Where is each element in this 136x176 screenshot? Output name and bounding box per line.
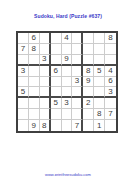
sudoku-cell-r1c6[interactable] [72,33,83,44]
sudoku-cell-r1c7[interactable] [83,33,94,44]
sudoku-cell-r1c2[interactable]: 6 [29,33,40,44]
sudoku-cell-r9c3[interactable]: 8 [40,120,51,131]
sudoku-cell-r3c7[interactable] [83,55,94,66]
sudoku-cell-r5c4[interactable] [51,77,62,88]
sudoku-cell-r2c2[interactable]: 8 [29,44,40,55]
sudoku-cell-r7c3[interactable] [40,98,51,109]
sudoku-cell-r6c4[interactable] [51,87,62,98]
page-footer: www.printfreesudoku.com [0,162,136,176]
sudoku-cell-r9c6[interactable]: 7 [72,120,83,131]
sudoku-cell-r5c5[interactable] [62,77,73,88]
sudoku-cell-r9c2[interactable]: 9 [29,120,40,131]
sudoku-cell-r2c6[interactable] [72,44,83,55]
sudoku-cell-r9c4[interactable] [51,120,62,131]
sudoku-cell-r8c4[interactable] [51,109,62,120]
sudoku-cell-r5c2[interactable] [29,77,40,88]
sudoku-cell-r1c1[interactable] [18,33,29,44]
sudoku-cell-r1c4[interactable] [51,33,62,44]
sudoku-cell-r5c6[interactable]: 3 [72,77,83,88]
sudoku-cell-r7c6[interactable] [72,98,83,109]
sudoku-cell-r6c2[interactable] [29,87,40,98]
sudoku-cell-r9c9[interactable] [105,120,116,131]
sudoku-cell-r3c9[interactable] [105,55,116,66]
sudoku-cell-r4c3[interactable] [40,66,51,77]
sudoku-cell-r4c6[interactable] [72,66,83,77]
sudoku-cell-r9c1[interactable] [18,120,29,131]
sudoku-cell-r8c5[interactable] [62,109,73,120]
sudoku-cell-r6c6[interactable] [72,87,83,98]
sudoku-cell-r3c1[interactable] [18,55,29,66]
sudoku-cell-r3c3[interactable]: 3 [40,55,51,66]
sudoku-cell-r2c8[interactable] [94,44,105,55]
sudoku-cell-r1c8[interactable] [94,33,105,44]
sudoku-cell-r6c3[interactable] [40,87,51,98]
sudoku-cell-r8c6[interactable] [72,109,83,120]
sudoku-cell-r9c7[interactable] [83,120,94,131]
sudoku-cell-r4c9[interactable]: 4 [105,66,116,77]
sudoku-cell-r7c2[interactable] [29,98,40,109]
sudoku-cell-r2c3[interactable] [40,44,51,55]
sudoku-cell-r8c9[interactable]: 7 [105,109,116,120]
sudoku-cell-r4c2[interactable] [29,66,40,77]
sudoku-cell-r6c8[interactable] [94,87,105,98]
sudoku-cell-r9c8[interactable]: 1 [94,120,105,131]
sudoku-cell-r7c1[interactable] [18,98,29,109]
sudoku-cell-r8c8[interactable]: 8 [94,109,105,120]
sudoku-cell-r2c7[interactable] [83,44,94,55]
sudoku-cell-r5c8[interactable] [94,77,105,88]
sudoku-cell-r3c5[interactable]: 9 [62,55,73,66]
sudoku-cell-r8c2[interactable] [29,109,40,120]
sudoku-cell-r2c9[interactable] [105,44,116,55]
sudoku-cell-r8c7[interactable] [83,109,94,120]
sudoku-cell-r4c8[interactable]: 5 [94,66,105,77]
sudoku-cell-r4c5[interactable] [62,66,73,77]
sudoku-cell-r4c7[interactable]: 8 [83,66,94,77]
sudoku-cell-r9c5[interactable] [62,120,73,131]
sudoku-cell-r8c3[interactable] [40,109,51,120]
sudoku-cell-r1c9[interactable]: 8 [105,33,116,44]
sudoku-cell-r2c4[interactable] [51,44,62,55]
sudoku-cell-r2c5[interactable] [62,44,73,55]
sudoku-cell-r5c1[interactable] [18,77,29,88]
sudoku-cell-r6c9[interactable]: 3 [105,87,116,98]
sudoku-cell-r3c2[interactable] [29,55,40,66]
sudoku-cell-r7c5[interactable]: 3 [62,98,73,109]
sudoku-cell-r6c7[interactable] [83,87,94,98]
sudoku-board: 64878393685439653532879871 [16,31,118,133]
page-title: Sudoku, Hard (Puzzle #637) [0,13,136,19]
sudoku-cell-r3c6[interactable] [72,55,83,66]
footer-link[interactable]: www.printfreesudoku.com [45,172,91,176]
sudoku-cell-r6c1[interactable]: 5 [18,87,29,98]
sudoku-cell-r4c4[interactable]: 6 [51,66,62,77]
sudoku-cell-r7c8[interactable] [94,98,105,109]
sudoku-cell-r3c8[interactable] [94,55,105,66]
sudoku-cell-r7c7[interactable]: 2 [83,98,94,109]
sudoku-cell-r7c9[interactable] [105,98,116,109]
sudoku-cell-r1c5[interactable]: 4 [62,33,73,44]
sudoku-cell-r7c4[interactable]: 5 [51,98,62,109]
sudoku-cell-r5c3[interactable] [40,77,51,88]
sudoku-cell-r5c9[interactable]: 6 [105,77,116,88]
sudoku-cell-r1c3[interactable] [40,33,51,44]
sudoku-cell-r6c5[interactable] [62,87,73,98]
sudoku-cell-r4c1[interactable]: 3 [18,66,29,77]
sudoku-cell-r5c7[interactable]: 9 [83,77,94,88]
sudoku-cell-r3c4[interactable] [51,55,62,66]
sudoku-cell-r2c1[interactable]: 7 [18,44,29,55]
sudoku-cell-r8c1[interactable] [18,109,29,120]
